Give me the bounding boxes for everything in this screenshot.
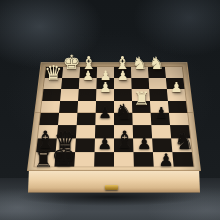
board-square-c6 <box>133 125 152 138</box>
board-square-h8 <box>35 152 56 166</box>
board-square-g8 <box>54 152 75 166</box>
board-square-b6 <box>151 125 171 138</box>
board-square-c5 <box>132 113 151 126</box>
board-square-a5 <box>169 113 189 126</box>
board-square-d2 <box>114 78 132 89</box>
board-square-e7 <box>95 139 114 153</box>
board-square-h5 <box>39 113 59 126</box>
board-square-e3 <box>96 89 114 101</box>
board-square-f2 <box>79 78 97 89</box>
board-square-a1 <box>165 67 183 78</box>
board-square-c3 <box>132 89 150 101</box>
board-square-b5 <box>151 113 170 126</box>
board-square-a8 <box>172 152 193 166</box>
board-square-h1 <box>45 67 63 78</box>
chess-board <box>27 62 201 171</box>
board-square-f1 <box>79 67 97 78</box>
board-square-c7 <box>133 139 153 153</box>
board-square-c2 <box>131 78 149 89</box>
chess-set-product-photo: ♚♛♝♝♞♞♟♟♟♟♟♜♟♞♟♝♛♟♝♟♞♜♚♟ <box>0 0 220 220</box>
board-square-g2 <box>61 78 79 89</box>
board-square-g7 <box>56 139 76 153</box>
board-square-b3 <box>149 89 168 101</box>
board-square-b8 <box>153 152 174 166</box>
board-square-f6 <box>76 125 95 138</box>
board-square-c8 <box>133 152 153 166</box>
board-square-b1 <box>148 67 166 78</box>
board-square-g3 <box>60 89 79 101</box>
board-square-f7 <box>75 139 95 153</box>
board-square-g6 <box>57 125 77 138</box>
board-square-h7 <box>36 139 57 153</box>
board-square-f5 <box>77 113 96 126</box>
board-square-h2 <box>44 78 63 89</box>
board-square-e5 <box>95 113 114 126</box>
board-square-a2 <box>166 78 185 89</box>
board-square-a6 <box>170 125 190 138</box>
board-square-d1 <box>114 67 131 78</box>
board-square-e2 <box>96 78 114 89</box>
brass-latch-icon <box>105 185 118 190</box>
board-square-b7 <box>152 139 172 153</box>
board-square-d7 <box>114 139 133 153</box>
board-square-f3 <box>78 89 96 101</box>
board-square-e6 <box>95 125 114 138</box>
board-square-b2 <box>149 78 167 89</box>
board-square-h3 <box>42 89 61 101</box>
board-square-g1 <box>62 67 80 78</box>
board-square-d6 <box>114 125 133 138</box>
board-square-f8 <box>74 152 94 166</box>
board-square-d3 <box>114 89 132 101</box>
board-square-h6 <box>38 125 58 138</box>
board-fold-seam <box>35 112 192 113</box>
board-square-g5 <box>58 113 77 126</box>
board-square-d5 <box>114 113 133 126</box>
board-square-d8 <box>114 152 134 166</box>
board-grid <box>33 66 194 167</box>
board-square-e1 <box>97 67 114 78</box>
board-square-e8 <box>94 152 114 166</box>
board-square-a3 <box>167 89 186 101</box>
board-square-c1 <box>131 67 149 78</box>
board-square-a7 <box>171 139 192 153</box>
